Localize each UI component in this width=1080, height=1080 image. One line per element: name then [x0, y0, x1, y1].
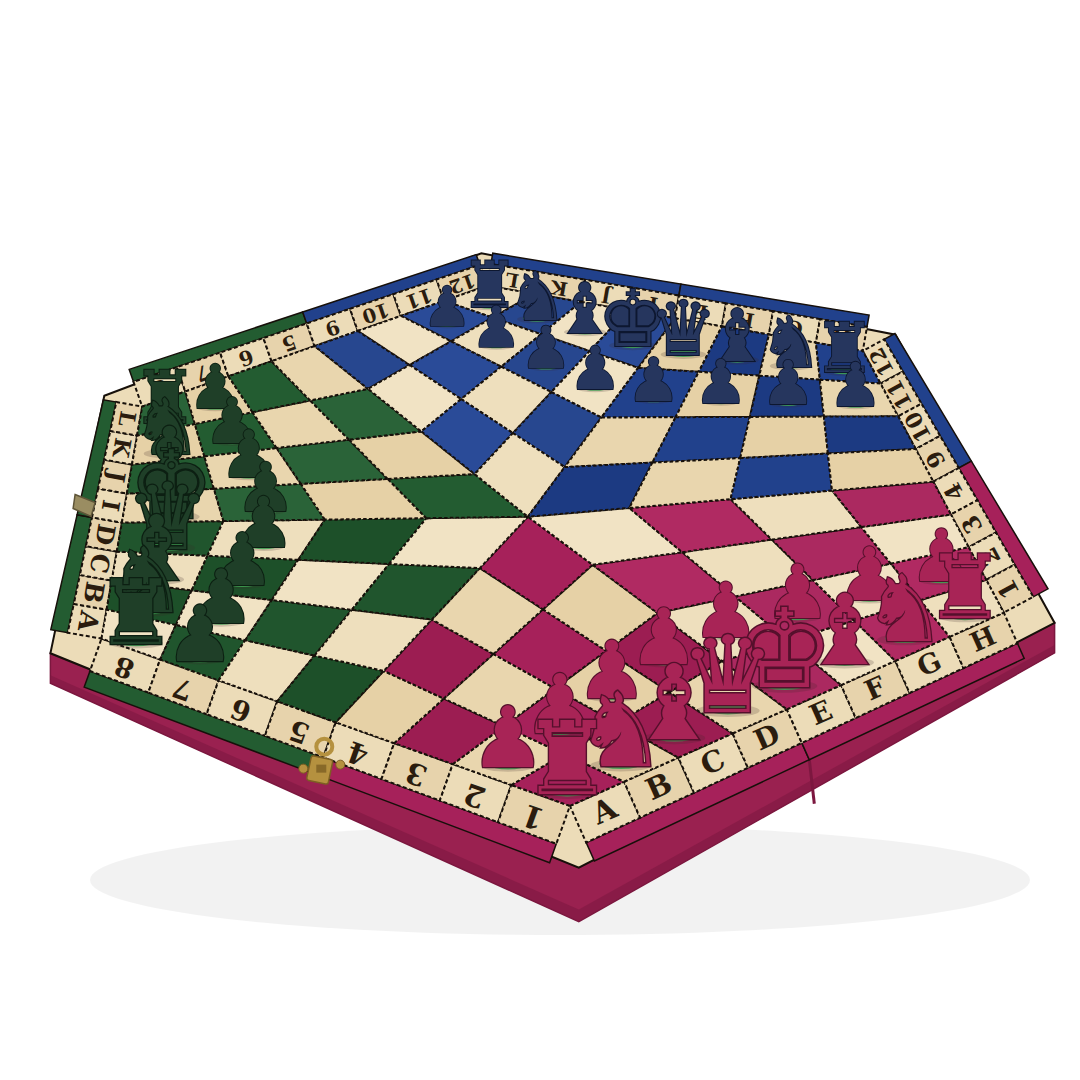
piece-blue-pawn-k11: ♟ — [471, 294, 522, 360]
svg-text:♟: ♟ — [626, 345, 680, 415]
piece-blue-pawn-i11: ♟ — [568, 334, 621, 403]
product-photo: ABCDEFGH87654321ABCDIJKL87659101112LKJIE… — [0, 0, 1080, 1080]
svg-text:♜: ♜ — [522, 700, 613, 818]
svg-text:♟: ♟ — [694, 347, 748, 417]
svg-text:♟: ♟ — [165, 589, 234, 679]
piece-blue-pawn-f11: ♟ — [694, 347, 748, 417]
cell-g10 — [740, 417, 828, 459]
svg-text:♟: ♟ — [422, 275, 472, 339]
svg-text:♟: ♟ — [520, 314, 572, 382]
piece-green-pawn-a7: ♟ — [165, 589, 234, 679]
svg-text:♟: ♟ — [761, 348, 815, 418]
piece-blue-pawn-e11: ♟ — [626, 345, 680, 415]
piece-blue-pawn-l11: ♟ — [422, 275, 472, 339]
svg-text:♟: ♟ — [471, 294, 522, 360]
piece-blue-pawn-j11: ♟ — [520, 314, 572, 382]
piece-blue-pawn-h11: ♟ — [828, 350, 882, 420]
piece-blue-pawn-g11: ♟ — [761, 348, 815, 418]
svg-text:♟: ♟ — [828, 350, 882, 420]
piece-red-rook-a1: ♜ — [522, 700, 613, 818]
three-player-chess-board: ABCDEFGH87654321ABCDIJKL87659101112LKJIE… — [0, 0, 1080, 1080]
svg-text:♟: ♟ — [568, 334, 621, 403]
